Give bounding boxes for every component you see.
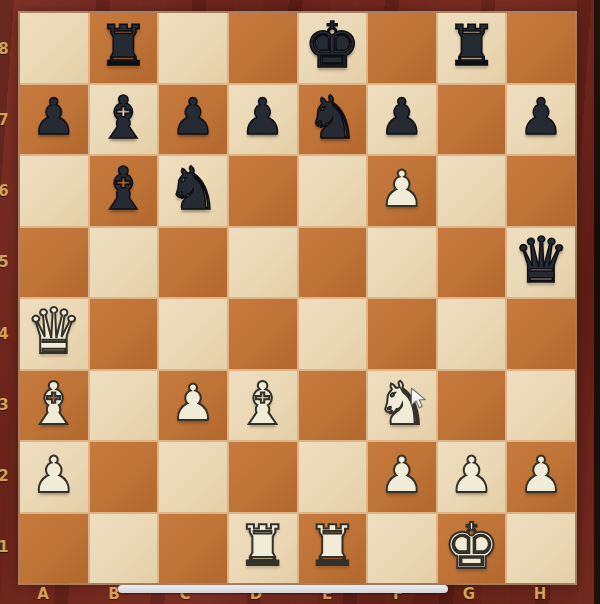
piece-white-queen-a4[interactable]: ♛ bbox=[26, 300, 82, 363]
square-c6[interactable]: ♞ bbox=[159, 156, 227, 226]
piece-white-bishop-a3[interactable]: ♝ bbox=[27, 374, 80, 433]
piece-black-knight-c6[interactable]: ♞ bbox=[167, 159, 220, 218]
square-e2[interactable] bbox=[299, 442, 367, 512]
square-d7[interactable]: ♟ bbox=[229, 85, 297, 155]
square-d4[interactable] bbox=[229, 299, 297, 369]
video-progress-bar[interactable] bbox=[118, 585, 448, 593]
rank-label-2: 2 bbox=[0, 467, 11, 485]
chess-board: ♜♚♜♟♝♟♟♞♟♟♝♞♟♛♛♝♟♝♞♟♟♟♟♜♜♚ bbox=[20, 13, 575, 583]
square-b7[interactable]: ♝ bbox=[90, 85, 158, 155]
piece-white-pawn-h2[interactable]: ♟ bbox=[519, 450, 564, 500]
square-f7[interactable]: ♟ bbox=[368, 85, 436, 155]
piece-white-pawn-f6[interactable]: ♟ bbox=[380, 164, 425, 214]
square-h4[interactable] bbox=[507, 299, 575, 369]
square-h8[interactable] bbox=[507, 13, 575, 83]
piece-black-king-e8[interactable]: ♚ bbox=[304, 14, 360, 77]
square-g8[interactable]: ♜ bbox=[438, 13, 506, 83]
file-label-h: H bbox=[534, 585, 547, 603]
square-f1[interactable] bbox=[368, 514, 436, 584]
piece-white-king-g1[interactable]: ♚ bbox=[443, 515, 499, 578]
square-a4[interactable]: ♛ bbox=[20, 299, 88, 369]
screenshot-root: { "game": "chess", "position": { "fen": … bbox=[0, 0, 600, 604]
rank-label-6: 6 bbox=[0, 182, 11, 200]
file-label-g: G bbox=[463, 585, 475, 603]
square-f3[interactable]: ♞ bbox=[368, 371, 436, 441]
piece-black-pawn-h7[interactable]: ♟ bbox=[519, 92, 564, 142]
piece-white-pawn-a2[interactable]: ♟ bbox=[31, 450, 76, 500]
square-h3[interactable] bbox=[507, 371, 575, 441]
square-e1[interactable]: ♜ bbox=[299, 514, 367, 584]
square-c2[interactable] bbox=[159, 442, 227, 512]
square-h6[interactable] bbox=[507, 156, 575, 226]
square-c8[interactable] bbox=[159, 13, 227, 83]
piece-white-pawn-f2[interactable]: ♟ bbox=[380, 450, 425, 500]
square-c4[interactable] bbox=[159, 299, 227, 369]
square-d8[interactable] bbox=[229, 13, 297, 83]
chess-board-wrap: ♜♚♜♟♝♟♟♞♟♟♝♞♟♛♛♝♟♝♞♟♟♟♟♜♜♚ bbox=[20, 13, 575, 583]
rank-label-8: 8 bbox=[0, 40, 11, 58]
square-d3[interactable]: ♝ bbox=[229, 371, 297, 441]
square-g3[interactable] bbox=[438, 371, 506, 441]
square-a8[interactable] bbox=[20, 13, 88, 83]
square-h2[interactable]: ♟ bbox=[507, 442, 575, 512]
square-f2[interactable]: ♟ bbox=[368, 442, 436, 512]
square-h7[interactable]: ♟ bbox=[507, 85, 575, 155]
piece-white-pawn-g2[interactable]: ♟ bbox=[449, 450, 494, 500]
piece-white-knight-f3[interactable]: ♞ bbox=[375, 374, 428, 433]
square-b5[interactable] bbox=[90, 228, 158, 298]
square-g4[interactable] bbox=[438, 299, 506, 369]
square-a5[interactable] bbox=[20, 228, 88, 298]
square-b8[interactable]: ♜ bbox=[90, 13, 158, 83]
piece-black-pawn-c7[interactable]: ♟ bbox=[171, 92, 216, 142]
square-f4[interactable] bbox=[368, 299, 436, 369]
square-b2[interactable] bbox=[90, 442, 158, 512]
file-label-a: A bbox=[37, 585, 49, 603]
piece-white-rook-e1[interactable]: ♜ bbox=[307, 518, 357, 574]
square-a2[interactable]: ♟ bbox=[20, 442, 88, 512]
square-g5[interactable] bbox=[438, 228, 506, 298]
piece-white-pawn-c3[interactable]: ♟ bbox=[171, 378, 216, 428]
square-a6[interactable] bbox=[20, 156, 88, 226]
square-e6[interactable] bbox=[299, 156, 367, 226]
piece-black-knight-e7[interactable]: ♞ bbox=[306, 88, 359, 147]
rank-label-4: 4 bbox=[0, 325, 11, 343]
square-d1[interactable]: ♜ bbox=[229, 514, 297, 584]
square-f8[interactable] bbox=[368, 13, 436, 83]
rank-label-1: 1 bbox=[0, 538, 11, 556]
square-c7[interactable]: ♟ bbox=[159, 85, 227, 155]
piece-black-rook-b8[interactable]: ♜ bbox=[98, 18, 148, 74]
rank-label-7: 7 bbox=[0, 111, 11, 129]
screen-right-edge bbox=[594, 0, 600, 604]
square-a7[interactable]: ♟ bbox=[20, 85, 88, 155]
rank-label-3: 3 bbox=[0, 396, 11, 414]
piece-black-bishop-b6[interactable]: ♝ bbox=[97, 159, 150, 218]
piece-black-queen-h5[interactable]: ♛ bbox=[513, 229, 569, 292]
square-b3[interactable] bbox=[90, 371, 158, 441]
square-a3[interactable]: ♝ bbox=[20, 371, 88, 441]
square-b6[interactable]: ♝ bbox=[90, 156, 158, 226]
square-e7[interactable]: ♞ bbox=[299, 85, 367, 155]
square-a1[interactable] bbox=[20, 514, 88, 584]
square-c5[interactable] bbox=[159, 228, 227, 298]
square-d5[interactable] bbox=[229, 228, 297, 298]
square-e4[interactable] bbox=[299, 299, 367, 369]
square-g1[interactable]: ♚ bbox=[438, 514, 506, 584]
rank-label-5: 5 bbox=[0, 253, 11, 271]
piece-black-pawn-f7[interactable]: ♟ bbox=[380, 92, 425, 142]
square-f5[interactable] bbox=[368, 228, 436, 298]
square-h1[interactable] bbox=[507, 514, 575, 584]
square-d6[interactable] bbox=[229, 156, 297, 226]
square-e5[interactable] bbox=[299, 228, 367, 298]
piece-black-pawn-a7[interactable]: ♟ bbox=[31, 92, 76, 142]
square-b1[interactable] bbox=[90, 514, 158, 584]
square-c1[interactable] bbox=[159, 514, 227, 584]
square-b4[interactable] bbox=[90, 299, 158, 369]
square-f6[interactable]: ♟ bbox=[368, 156, 436, 226]
square-d2[interactable] bbox=[229, 442, 297, 512]
square-g2[interactable]: ♟ bbox=[438, 442, 506, 512]
square-c3[interactable]: ♟ bbox=[159, 371, 227, 441]
piece-white-rook-d1[interactable]: ♜ bbox=[238, 518, 288, 574]
square-e8[interactable]: ♚ bbox=[299, 13, 367, 83]
piece-black-bishop-b7[interactable]: ♝ bbox=[97, 88, 150, 147]
square-e3[interactable] bbox=[299, 371, 367, 441]
square-g6[interactable] bbox=[438, 156, 506, 226]
square-g7[interactable] bbox=[438, 85, 506, 155]
piece-black-rook-g8[interactable]: ♜ bbox=[446, 18, 496, 74]
square-h5[interactable]: ♛ bbox=[507, 228, 575, 298]
piece-black-pawn-d7[interactable]: ♟ bbox=[240, 92, 285, 142]
piece-white-bishop-d3[interactable]: ♝ bbox=[236, 374, 289, 433]
